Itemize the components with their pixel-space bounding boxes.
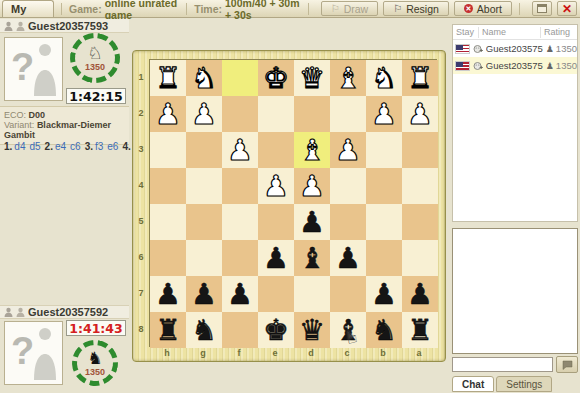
chat-messages-area[interactable] [452,228,578,354]
piece-wN-b1: ♞ [371,60,397,96]
square-c6[interactable]: ♟ [330,240,366,276]
detach-window-button[interactable] [532,1,552,16]
square-d2[interactable] [294,96,330,132]
square-d3[interactable]: ♝ [294,132,330,168]
bottom-tabs: Chat Settings [452,376,552,392]
avatar-silhouette-icon [32,326,58,382]
close-button[interactable]: ✕ [557,1,577,16]
square-b7[interactable]: ♟ [366,276,402,312]
square-h5[interactable] [150,204,186,240]
toolbar-divider [308,3,309,15]
square-h2[interactable]: ♟ [150,96,186,132]
rank-labels: 12345678 [133,59,149,347]
piece-bR-h8: ♜ [155,312,181,348]
square-f2[interactable] [222,96,258,132]
square-b5[interactable] [366,204,402,240]
square-c3[interactable]: ♟ [330,132,366,168]
piece-wP-d4: ♟ [299,168,325,204]
square-c1[interactable]: ♝ [330,60,366,96]
move-token: 2. [45,141,53,152]
draw-button[interactable]: ⚐ Draw [321,1,378,16]
header-stay[interactable]: Stay [453,27,479,38]
file-labels: hgfedcba [149,348,437,358]
square-e1[interactable]: ♚ [258,60,294,96]
speech-bubble-icon [562,360,573,370]
draw-icon: ⚐ [331,4,340,14]
piece-bP-b7: ♟ [371,276,397,312]
square-c4[interactable] [330,168,366,204]
square-g1[interactable]: ♞ [186,60,222,96]
square-h3[interactable] [150,132,186,168]
square-a7[interactable]: ♟ [402,276,438,312]
top-toolbar: My game Game: online unrated game Time: … [0,0,580,18]
piece-wP-e4: ♟ [263,168,289,204]
bust-icon[interactable] [4,21,13,31]
square-e4[interactable]: ♟ [258,168,294,204]
square-f8[interactable] [222,312,258,348]
move-token[interactable]: e6 [107,141,118,152]
piece-bP-a7: ♟ [407,276,433,312]
piece-bP-d5: ♟ [299,204,325,240]
bust-icon[interactable] [4,307,13,317]
resign-flag-icon: ⚐ [393,4,402,14]
square-d6[interactable]: ♝ [294,240,330,276]
us-flag-icon [455,61,470,71]
piece-wP-a2: ♟ [407,96,433,132]
guest-icon [473,44,483,54]
move-token: 3. [85,141,93,152]
black-player-rating: 1350 [85,367,105,377]
square-a4[interactable] [402,168,438,204]
piece-bQ-d8: ♛ [299,312,325,348]
close-icon: ✕ [562,3,572,15]
variant-label: Variant: [4,120,34,130]
player-row[interactable]: Guest20357592♟1350 [453,57,577,74]
square-a1[interactable]: ♜ [402,60,438,96]
square-b1[interactable]: ♞ [366,60,402,96]
move-token[interactable]: d5 [29,141,40,152]
tab-chat[interactable]: Chat [452,376,494,392]
player-list: Stay Name Rating Guest20357593♟1350Guest… [452,24,578,222]
chat-input[interactable] [452,357,553,372]
us-flag-icon [455,44,470,54]
piece-wP-g2: ♟ [191,96,217,132]
square-g3[interactable] [186,132,222,168]
white-player-name-row: Guest20357593 [0,19,129,33]
toolbar-divider [186,3,187,15]
avatar-question-mark: ? [11,330,34,373]
eco-label: ECO: [4,110,26,120]
time-label: Time: [194,3,222,15]
black-player-name-row: Guest20357592 [0,305,129,319]
move-token[interactable]: c6 [70,141,81,152]
square-a3[interactable] [402,132,438,168]
move-token: 4. [122,141,130,152]
square-f4[interactable] [222,168,258,204]
pawn-icon: ♟ [546,44,554,54]
pawn-icon: ♟ [546,61,554,71]
player-row[interactable]: Guest20357593♟1350 [453,40,577,57]
square-g6[interactable] [186,240,222,276]
piece-wP-c3: ♟ [335,132,361,168]
square-h6[interactable] [150,240,186,276]
piece-wQ-d1: ♛ [299,60,325,96]
square-b8[interactable]: ♞ [366,312,402,348]
piece-wR-a1: ♜ [407,60,433,96]
piece-wB-d3: ♝ [299,132,325,168]
piece-bP-h7: ♟ [155,276,181,312]
tab-my-game[interactable]: My game [2,0,54,17]
square-h8[interactable]: ♜ [150,312,186,348]
square-g5[interactable] [186,204,222,240]
player-row-rating: ♟1350 [546,43,577,54]
square-f7[interactable]: ♟ [222,276,258,312]
toolbar-divider [61,3,62,15]
square-g7[interactable]: ♟ [186,276,222,312]
piece-wB-c1: ♝ [335,60,361,96]
piece-bP-f7: ♟ [227,276,253,312]
square-a5[interactable] [402,204,438,240]
player-row-name: Guest20357592 [486,60,543,71]
square-a2[interactable]: ♟ [402,96,438,132]
square-b6[interactable] [366,240,402,276]
piece-bB-d6: ♝ [299,240,325,276]
bust-icon[interactable] [16,307,25,317]
square-e6[interactable]: ♟ [258,240,294,276]
piece-wP-f3: ♟ [227,132,253,168]
square-e2[interactable] [258,96,294,132]
piece-wK-e1: ♚ [263,60,289,96]
square-d8[interactable]: ♛ [294,312,330,348]
white-player-rating-badge: ♘ 1350 [67,30,123,86]
abort-button[interactable]: ✕ Abort [454,1,512,16]
square-f5[interactable] [222,204,258,240]
move-token[interactable]: e4 [55,141,66,152]
black-knight-badge-icon: ♞ [85,350,105,367]
piece-wP-b2: ♟ [371,96,397,132]
square-c5[interactable] [330,204,366,240]
piece-bN-b8: ♞ [371,312,397,348]
piece-wR-h1: ♜ [155,60,181,96]
game-label: Game: [69,3,102,15]
white-player-name: Guest20357593 [28,20,108,32]
square-d4[interactable]: ♟ [294,168,330,204]
square-d5[interactable]: ♟ [294,204,330,240]
square-g4[interactable] [186,168,222,204]
square-b4[interactable] [366,168,402,204]
chat-send-button[interactable] [556,356,578,373]
square-a6[interactable] [402,240,438,276]
piece-wP-h2: ♟ [155,96,181,132]
bust-icon[interactable] [16,21,25,31]
square-c7[interactable] [330,276,366,312]
square-e7[interactable] [258,276,294,312]
player-list-header: Stay Name Rating [453,25,577,40]
square-h1[interactable]: ♜ [150,60,186,96]
piece-bN-g8: ♞ [191,312,217,348]
white-player-avatar: ? [4,37,63,101]
square-h4[interactable] [150,168,186,204]
window-icon [537,4,547,13]
resign-button[interactable]: ⚐ Resign [383,1,449,16]
square-f1[interactable] [222,60,258,96]
game-value: online unrated game [105,0,180,21]
square-g8[interactable]: ♞ [186,312,222,348]
piece-bR-a8: ♜ [407,312,433,348]
time-value: 100m/40 + 30m + 30s [225,0,301,21]
white-player-rating: 1350 [85,62,105,72]
eco-code: D00 [29,110,46,120]
square-b2[interactable]: ♟ [366,96,402,132]
square-d1[interactable]: ♛ [294,60,330,96]
player-row-rating: ♟1350 [546,60,577,71]
square-d7[interactable] [294,276,330,312]
square-b3[interactable] [366,132,402,168]
header-name[interactable]: Name [479,27,541,38]
piece-wN-g1: ♞ [191,60,217,96]
square-e3[interactable] [258,132,294,168]
piece-bK-e8: ♚ [263,312,289,348]
piece-bP-c6: ♟ [335,240,361,276]
black-player-name: Guest20357592 [28,306,108,318]
square-e5[interactable] [258,204,294,240]
move-token[interactable]: d4 [14,141,25,152]
black-player-rating-badge: ♞ 1350 [69,337,121,389]
abort-icon: ✕ [464,4,473,13]
move-list: 1.d4d52.e4c63.f3e64.c3♝d65.♝d3 [4,140,126,154]
move-token[interactable]: f3 [95,141,103,152]
square-f3[interactable]: ♟ [222,132,258,168]
piece-bP-e6: ♟ [263,240,289,276]
black-player-avatar: ? [4,321,63,385]
piece-bP-g7: ♟ [191,276,217,312]
square-e8[interactable]: ♚ [258,312,294,348]
white-player-clock: 1:42:15 [66,88,126,104]
chess-board-frame: 12345678 ♜♞♚♛♝♞♜♟♟♟♟♟♝♟♟♟♟♟♝♟♟♟♟♟♟♜♞♚♛♝♞… [132,50,446,362]
black-player-clock: 1:41:43 [66,320,126,336]
move-token: 1. [4,141,12,152]
square-g2[interactable]: ♟ [186,96,222,132]
player-row-name: Guest20357593 [486,43,543,54]
white-knight-badge-icon: ♘ [85,45,105,62]
toolbar-divider [519,3,520,15]
avatar-question-mark: ? [11,46,34,89]
avatar-silhouette-icon [32,42,58,98]
square-c2[interactable] [330,96,366,132]
chess-board: ♜♞♚♛♝♞♜♟♟♟♟♟♝♟♟♟♟♟♝♟♟♟♟♟♟♜♞♚♛♝♞♜ [149,59,437,347]
tab-settings[interactable]: Settings [496,376,552,392]
square-h7[interactable]: ♟ [150,276,186,312]
guest-icon [473,61,483,71]
header-rating[interactable]: Rating [541,27,575,38]
square-a8[interactable]: ♜ [402,312,438,348]
square-f6[interactable] [222,240,258,276]
